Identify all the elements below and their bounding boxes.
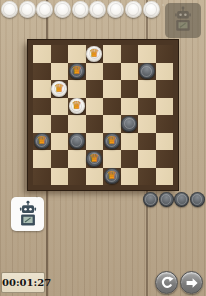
board-square[interactable] (33, 150, 51, 168)
white-king[interactable]: ♛ (69, 98, 85, 114)
board-square[interactable] (138, 168, 156, 186)
board-square[interactable] (138, 98, 156, 116)
board-square[interactable] (138, 63, 156, 81)
board-square[interactable] (121, 80, 139, 98)
board-square[interactable] (103, 45, 121, 63)
black-king[interactable]: ♛ (69, 63, 85, 79)
white-king[interactable]: ♛ (51, 81, 67, 97)
board-square[interactable] (33, 63, 51, 81)
board-square[interactable] (156, 80, 174, 98)
board-square[interactable] (138, 115, 156, 133)
crown-icon: ♛ (72, 65, 82, 76)
captured-black-piece (159, 192, 174, 207)
board-square[interactable] (138, 150, 156, 168)
board-square[interactable] (68, 133, 86, 151)
board-square[interactable] (86, 63, 104, 81)
board-square[interactable] (51, 150, 69, 168)
black-man[interactable] (139, 63, 155, 79)
restart-button[interactable] (155, 271, 178, 294)
board-square[interactable] (86, 133, 104, 151)
captured-black-piece (174, 192, 189, 207)
board-square[interactable] (33, 115, 51, 133)
board-square[interactable] (86, 168, 104, 186)
captured-white-piece (143, 1, 160, 18)
board-square[interactable] (138, 45, 156, 63)
captured-black-piece (190, 192, 205, 207)
captured-black-piece (143, 192, 158, 207)
board-square[interactable] (51, 63, 69, 81)
board-square[interactable] (51, 98, 69, 116)
crown-icon: ♛ (89, 153, 99, 164)
board-square[interactable] (121, 98, 139, 116)
captured-white-piece (107, 1, 124, 18)
crown-icon: ♛ (54, 83, 64, 94)
board-square[interactable] (86, 98, 104, 116)
forward-button[interactable] (180, 271, 203, 294)
crown-icon: ♛ (89, 48, 99, 59)
board-square[interactable]: ♛ (68, 98, 86, 116)
board-square[interactable] (121, 115, 139, 133)
board-square[interactable] (33, 80, 51, 98)
board-square[interactable] (33, 168, 51, 186)
board: ♛♛♛♛♛♛♛♛ (28, 40, 178, 190)
captured-white-piece (1, 1, 18, 18)
captured-white-tray (1, 1, 160, 18)
captured-white-piece (89, 1, 106, 18)
black-king[interactable]: ♛ (104, 168, 120, 184)
board-square[interactable] (103, 98, 121, 116)
board-square[interactable] (103, 63, 121, 81)
board-square[interactable] (121, 168, 139, 186)
board-square[interactable]: ♛ (86, 45, 104, 63)
black-king[interactable]: ♛ (104, 133, 120, 149)
captured-white-piece (54, 1, 71, 18)
board-grid: ♛♛♛♛♛♛♛♛ (33, 45, 173, 185)
board-square[interactable] (51, 115, 69, 133)
player-card-black-ai (165, 3, 201, 38)
captured-white-piece (72, 1, 89, 18)
board-square[interactable] (103, 150, 121, 168)
white-color-badge (34, 194, 51, 211)
crown-icon: ♛ (37, 135, 47, 146)
board-square[interactable] (86, 80, 104, 98)
board-square[interactable] (156, 115, 174, 133)
board-square[interactable] (68, 45, 86, 63)
board-square[interactable] (156, 133, 174, 151)
board-square[interactable] (68, 168, 86, 186)
crown-icon: ♛ (72, 100, 82, 111)
captured-black-tray (143, 192, 205, 207)
board-square[interactable] (156, 168, 174, 186)
board-square[interactable] (51, 45, 69, 63)
black-color-badge (160, 2, 176, 18)
board-square[interactable] (156, 98, 174, 116)
board-square[interactable]: ♛ (103, 168, 121, 186)
board-square[interactable] (51, 133, 69, 151)
arrow-right-icon (185, 276, 199, 290)
board-square[interactable]: ♛ (103, 133, 121, 151)
crown-icon: ♛ (107, 135, 117, 146)
board-square[interactable] (103, 115, 121, 133)
board-square[interactable] (156, 63, 174, 81)
captured-white-piece (19, 1, 36, 18)
black-king[interactable]: ♛ (86, 151, 102, 167)
board-square[interactable] (68, 150, 86, 168)
white-king[interactable]: ♛ (86, 46, 102, 62)
board-square[interactable] (103, 80, 121, 98)
board-square[interactable] (68, 80, 86, 98)
black-man[interactable] (121, 116, 137, 132)
board-square[interactable] (121, 150, 139, 168)
board-square[interactable]: ♛ (68, 63, 86, 81)
board-square[interactable] (33, 45, 51, 63)
checkers-app: ♛♛♛♛♛♛♛♛ 00:01:27 (0, 0, 206, 296)
crown-icon: ♛ (107, 170, 117, 181)
board-square[interactable] (51, 168, 69, 186)
captured-white-piece (36, 1, 53, 18)
board-square[interactable] (121, 63, 139, 81)
board-square[interactable] (156, 45, 174, 63)
board-square[interactable] (68, 115, 86, 133)
board-square[interactable] (138, 133, 156, 151)
board-square[interactable]: ♛ (51, 80, 69, 98)
board-square[interactable] (156, 150, 174, 168)
player-card-white-ai (11, 197, 44, 231)
board-square[interactable] (33, 98, 51, 116)
game-timer: 00:01:27 (1, 272, 45, 293)
board-square[interactable] (121, 45, 139, 63)
board-square[interactable]: ♛ (86, 150, 104, 168)
black-man[interactable] (69, 133, 85, 149)
board-square[interactable]: ♛ (33, 133, 51, 151)
captured-white-piece (125, 1, 142, 18)
refresh-icon (160, 276, 174, 290)
black-king[interactable]: ♛ (34, 133, 50, 149)
board-square[interactable] (121, 133, 139, 151)
board-square[interactable] (86, 115, 104, 133)
board-square[interactable] (138, 80, 156, 98)
